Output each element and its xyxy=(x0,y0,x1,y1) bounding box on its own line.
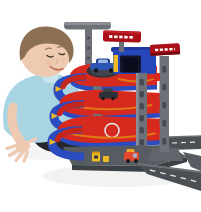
ladder-column xyxy=(136,73,147,150)
road-side xyxy=(168,136,201,150)
right-sign xyxy=(150,43,181,56)
product-photo xyxy=(0,0,201,212)
right-sign-lettering xyxy=(155,49,175,50)
building-pillar xyxy=(114,55,119,72)
